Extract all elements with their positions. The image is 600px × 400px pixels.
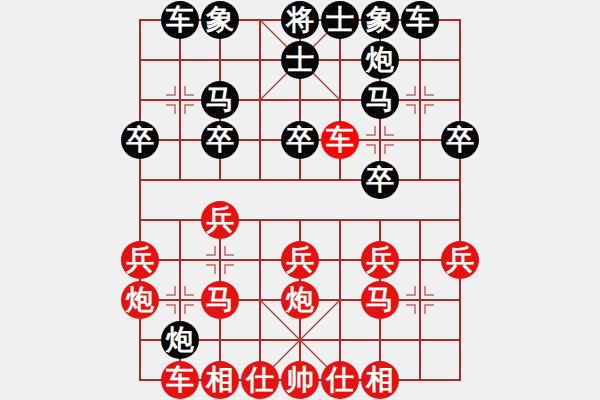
piece-black-horse[interactable]: 马 bbox=[361, 81, 399, 119]
piece-red-soldier[interactable]: 兵 bbox=[361, 241, 399, 279]
piece-red-elephant[interactable]: 相 bbox=[361, 361, 399, 399]
piece-black-general[interactable]: 将 bbox=[281, 1, 319, 39]
piece-black-soldier[interactable]: 卒 bbox=[441, 121, 479, 159]
piece-red-horse[interactable]: 马 bbox=[201, 281, 239, 319]
piece-black-soldier[interactable]: 卒 bbox=[121, 121, 159, 159]
piece-red-chariot-highlighted[interactable]: 车 bbox=[321, 121, 359, 159]
piece-red-general[interactable]: 帅 bbox=[281, 361, 319, 399]
piece-red-elephant[interactable]: 相 bbox=[201, 361, 239, 399]
xiangqi-board[interactable]: 车象将士象车士炮马马卒卒卒卒卒炮车兵兵兵兵兵炮马炮马车相仕帅仕相 bbox=[120, 0, 480, 400]
piece-black-advisor[interactable]: 士 bbox=[281, 41, 319, 79]
piece-black-soldier[interactable]: 卒 bbox=[361, 161, 399, 199]
piece-black-cannon[interactable]: 炮 bbox=[361, 41, 399, 79]
piece-black-elephant[interactable]: 象 bbox=[201, 1, 239, 39]
piece-red-advisor[interactable]: 仕 bbox=[321, 361, 359, 399]
piece-black-soldier[interactable]: 卒 bbox=[281, 121, 319, 159]
piece-red-soldier[interactable]: 兵 bbox=[441, 241, 479, 279]
piece-black-advisor[interactable]: 士 bbox=[321, 1, 359, 39]
piece-red-cannon[interactable]: 炮 bbox=[281, 281, 319, 319]
piece-red-soldier[interactable]: 兵 bbox=[201, 201, 239, 239]
piece-red-chariot[interactable]: 车 bbox=[161, 361, 199, 399]
piece-black-chariot[interactable]: 车 bbox=[161, 1, 199, 39]
piece-red-soldier[interactable]: 兵 bbox=[121, 241, 159, 279]
piece-red-cannon[interactable]: 炮 bbox=[121, 281, 159, 319]
piece-red-advisor[interactable]: 仕 bbox=[241, 361, 279, 399]
piece-black-elephant[interactable]: 象 bbox=[361, 1, 399, 39]
piece-black-soldier[interactable]: 卒 bbox=[201, 121, 239, 159]
piece-black-horse[interactable]: 马 bbox=[201, 81, 239, 119]
piece-black-cannon[interactable]: 炮 bbox=[161, 321, 199, 359]
piece-red-horse[interactable]: 马 bbox=[361, 281, 399, 319]
xiangqi-app-window: 车象将士象车士炮马马卒卒卒卒卒炮车兵兵兵兵兵炮马炮马车相仕帅仕相 bbox=[0, 0, 600, 400]
piece-black-chariot[interactable]: 车 bbox=[401, 1, 439, 39]
piece-red-soldier[interactable]: 兵 bbox=[281, 241, 319, 279]
